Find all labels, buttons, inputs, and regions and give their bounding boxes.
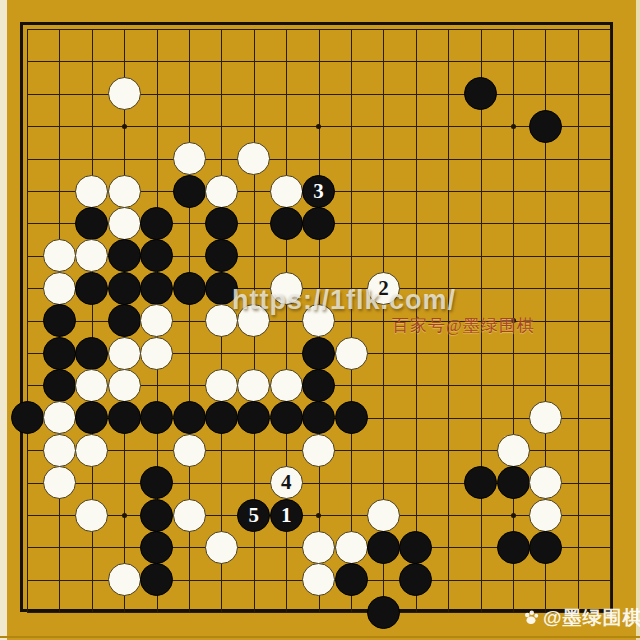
- page-edge-shadow: [0, 636, 640, 638]
- white-stone: [43, 272, 76, 305]
- move-number-label: 4: [281, 472, 292, 493]
- black-stone: [140, 272, 173, 305]
- star-point: [122, 124, 127, 129]
- white-stone: [497, 434, 530, 467]
- page-edge-strip-right: [636, 0, 640, 640]
- black-stone: [302, 369, 335, 402]
- white-stone: [205, 369, 238, 402]
- star-point: [511, 124, 516, 129]
- black-stone: [75, 272, 108, 305]
- black-stone: [173, 401, 206, 434]
- white-stone: [108, 369, 141, 402]
- move-number-label: 3: [313, 181, 324, 202]
- move-number-label: 1: [281, 505, 292, 526]
- white-stone: [173, 434, 206, 467]
- black-stone-move-3: 3: [302, 175, 335, 208]
- grid-line-vertical: [578, 29, 579, 612]
- star-point: [122, 513, 127, 518]
- white-stone: [75, 499, 108, 532]
- black-stone: [497, 531, 530, 564]
- black-stone: [335, 563, 368, 596]
- star-point: [316, 513, 321, 518]
- white-stone: [270, 175, 303, 208]
- white-stone: [108, 77, 141, 110]
- white-stone: [173, 142, 206, 175]
- white-stone: [529, 466, 562, 499]
- white-stone: [75, 175, 108, 208]
- white-stone: [270, 369, 303, 402]
- black-stone: [108, 401, 141, 434]
- black-stone: [367, 596, 400, 629]
- white-stone: [367, 499, 400, 532]
- star-point: [511, 513, 516, 518]
- page-edge-strip-left: [0, 0, 7, 640]
- grid-line-vertical: [351, 29, 352, 612]
- black-stone: [173, 272, 206, 305]
- black-stone: [140, 499, 173, 532]
- black-stone: [11, 401, 44, 434]
- black-stone: [140, 466, 173, 499]
- watermark-corner-credit: @墨绿围棋: [522, 605, 640, 631]
- black-stone: [335, 401, 368, 434]
- white-stone: [237, 369, 270, 402]
- white-stone: [43, 401, 76, 434]
- black-stone: [270, 401, 303, 434]
- watermark-red-credit: 百家号@墨绿围棋: [392, 314, 535, 337]
- white-stone-move-4: 4: [270, 466, 303, 499]
- black-stone: [43, 304, 76, 337]
- watermark-corner-text: @墨绿围棋: [543, 605, 640, 631]
- white-stone: [108, 175, 141, 208]
- black-stone: [75, 207, 108, 240]
- black-stone: [108, 272, 141, 305]
- move-number-label: 5: [249, 505, 260, 526]
- black-stone: [367, 531, 400, 564]
- black-stone-move-5: 5: [237, 499, 270, 532]
- white-stone: [529, 401, 562, 434]
- black-stone: [464, 466, 497, 499]
- white-stone: [140, 337, 173, 370]
- white-stone: [529, 499, 562, 532]
- paw-icon: [522, 609, 540, 627]
- black-stone: [173, 175, 206, 208]
- black-stone: [302, 337, 335, 370]
- black-stone: [497, 466, 530, 499]
- white-stone: [205, 175, 238, 208]
- white-stone: [335, 337, 368, 370]
- white-stone: [43, 239, 76, 272]
- black-stone: [75, 337, 108, 370]
- watermark-url: https://1flk.com/: [232, 285, 456, 316]
- black-stone: [205, 207, 238, 240]
- black-stone: [399, 531, 432, 564]
- white-stone: [43, 466, 76, 499]
- white-stone: [75, 369, 108, 402]
- white-stone: [205, 531, 238, 564]
- black-stone: [270, 207, 303, 240]
- white-stone: [108, 337, 141, 370]
- white-stone: [302, 434, 335, 467]
- black-stone: [302, 207, 335, 240]
- white-stone: [302, 531, 335, 564]
- white-stone: [108, 563, 141, 596]
- black-stone: [205, 239, 238, 272]
- black-stone: [43, 369, 76, 402]
- black-stone: [108, 304, 141, 337]
- white-stone: [75, 434, 108, 467]
- black-stone: [43, 337, 76, 370]
- grid-line-vertical: [610, 29, 611, 612]
- black-stone: [529, 110, 562, 143]
- black-stone-move-1: 1: [270, 499, 303, 532]
- black-stone: [529, 531, 562, 564]
- black-stone: [140, 207, 173, 240]
- white-stone: [173, 499, 206, 532]
- star-point: [316, 124, 321, 129]
- white-stone: [140, 304, 173, 337]
- black-stone: [205, 401, 238, 434]
- white-stone: [108, 207, 141, 240]
- go-diagram: 32451 https://1flk.com/ 百家号@墨绿围棋 @墨绿围棋: [0, 0, 640, 640]
- white-stone: [335, 531, 368, 564]
- white-stone: [43, 434, 76, 467]
- black-stone: [140, 531, 173, 564]
- black-stone: [108, 239, 141, 272]
